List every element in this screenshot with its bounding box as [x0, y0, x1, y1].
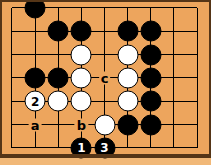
- board-intersection[interactable]: [0, 43, 23, 66]
- white-stone: [117, 44, 138, 65]
- black-stone: [25, 67, 46, 88]
- white-stone: [117, 91, 138, 112]
- board-frame-right: [209, 0, 211, 158]
- board-intersection[interactable]: [0, 20, 23, 43]
- board-intersection[interactable]: [116, 0, 139, 20]
- white-stone: [117, 67, 138, 88]
- board-frame-left: [0, 0, 2, 158]
- board-intersection[interactable]: [70, 43, 93, 66]
- board-frame-top: [0, 0, 211, 2]
- board-intersection[interactable]: [0, 0, 23, 20]
- black-stone: [71, 21, 92, 42]
- black-stone: [48, 67, 69, 88]
- board-intersection[interactable]: [93, 113, 116, 136]
- board-intersection[interactable]: [47, 90, 70, 113]
- go-board: c2ab13: [0, 0, 208, 160]
- board-intersection[interactable]: [186, 0, 209, 20]
- point-label-a: a: [29, 118, 42, 131]
- board-intersection[interactable]: [162, 113, 185, 136]
- board-intersection[interactable]: [24, 0, 47, 20]
- board-intersection[interactable]: [70, 90, 93, 113]
- board-intersection[interactable]: [139, 90, 162, 113]
- white-stone-move-2: 2: [25, 91, 46, 112]
- board-intersection[interactable]: [116, 90, 139, 113]
- go-diagram: c2ab13: [0, 0, 211, 165]
- board-intersection[interactable]: [186, 90, 209, 113]
- board-intersection[interactable]: [24, 20, 47, 43]
- board-intersection[interactable]: [139, 113, 162, 136]
- board-intersection[interactable]: [186, 113, 209, 136]
- board-intersection[interactable]: [93, 43, 116, 66]
- board-intersection[interactable]: [0, 113, 23, 136]
- board-intersection[interactable]: [47, 113, 70, 136]
- point-label-c: c: [99, 71, 111, 84]
- black-stone: [140, 21, 161, 42]
- board-intersection[interactable]: [93, 0, 116, 20]
- board-intersection[interactable]: [70, 20, 93, 43]
- black-stone: [117, 21, 138, 42]
- black-stone: [140, 114, 161, 135]
- board-intersection[interactable]: [47, 43, 70, 66]
- white-stone: [94, 114, 115, 135]
- black-stone: [140, 67, 161, 88]
- white-stone: [71, 44, 92, 65]
- board-intersection[interactable]: [139, 66, 162, 89]
- board-intersection[interactable]: [116, 43, 139, 66]
- board-intersection[interactable]: [47, 0, 70, 20]
- board-intersection[interactable]: [47, 20, 70, 43]
- board-intersection[interactable]: b: [70, 113, 93, 136]
- board-intersection[interactable]: [24, 43, 47, 66]
- board-intersection[interactable]: c: [93, 66, 116, 89]
- board-intersection[interactable]: [186, 20, 209, 43]
- board-intersection[interactable]: [162, 90, 185, 113]
- board-intersection[interactable]: [139, 20, 162, 43]
- board-intersection[interactable]: a: [24, 113, 47, 136]
- board-intersection[interactable]: [186, 43, 209, 66]
- board-intersection[interactable]: [139, 43, 162, 66]
- board-frame-bottom: [0, 154, 211, 158]
- board-intersection[interactable]: [70, 66, 93, 89]
- board-intersection[interactable]: [93, 90, 116, 113]
- board-intersection[interactable]: [162, 66, 185, 89]
- board-intersection[interactable]: [162, 20, 185, 43]
- board-intersection[interactable]: [93, 20, 116, 43]
- board-intersection[interactable]: [162, 0, 185, 20]
- point-label-b: b: [75, 118, 88, 131]
- board-intersection[interactable]: [116, 66, 139, 89]
- black-stone: [140, 44, 161, 65]
- board-intersection[interactable]: [116, 113, 139, 136]
- board-intersection[interactable]: [139, 0, 162, 20]
- board-intersection[interactable]: [186, 66, 209, 89]
- board-intersection[interactable]: [70, 0, 93, 20]
- board-intersection[interactable]: [24, 66, 47, 89]
- white-stone: [71, 91, 92, 112]
- white-stone: [71, 67, 92, 88]
- board-intersection[interactable]: [47, 66, 70, 89]
- board-intersection[interactable]: 2: [24, 90, 47, 113]
- black-stone: [117, 114, 138, 135]
- black-stone: [25, 0, 46, 18]
- board-intersection[interactable]: [116, 20, 139, 43]
- board-intersection[interactable]: [162, 43, 185, 66]
- black-stone: [48, 21, 69, 42]
- board-intersection[interactable]: [0, 66, 23, 89]
- white-stone: [48, 91, 69, 112]
- board-intersection[interactable]: [0, 90, 23, 113]
- black-stone: [140, 91, 161, 112]
